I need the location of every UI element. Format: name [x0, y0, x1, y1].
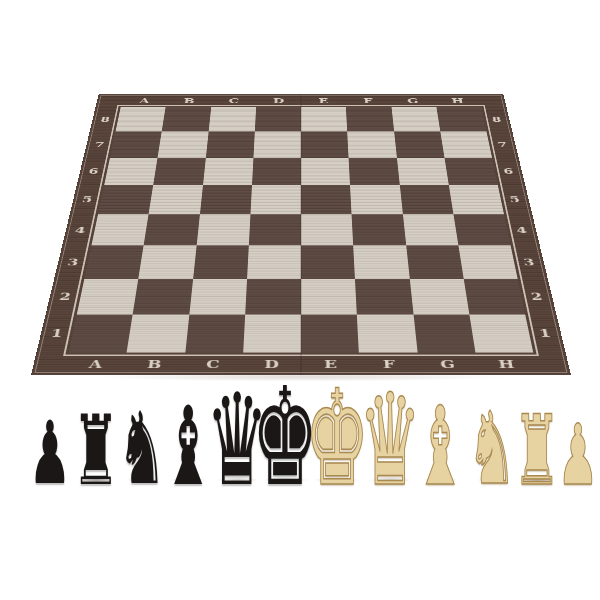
- square-a7[interactable]: [110, 132, 162, 158]
- square-d1[interactable]: [243, 314, 301, 352]
- coord-label-A-datanamefilelabelsbottom: A: [64, 353, 127, 375]
- square-f1[interactable]: [357, 314, 417, 352]
- square-g1[interactable]: [413, 314, 475, 352]
- coord-label-G-datanamefilelabelstop: G: [390, 94, 436, 107]
- square-c8[interactable]: [208, 107, 256, 132]
- square-e7[interactable]: [301, 132, 349, 158]
- square-c5[interactable]: [199, 185, 251, 214]
- square-c1[interactable]: [185, 314, 245, 352]
- square-a8[interactable]: [116, 107, 166, 132]
- square-h3[interactable]: [458, 246, 517, 279]
- square-c4[interactable]: [196, 214, 250, 245]
- square-b7[interactable]: [158, 132, 208, 158]
- square-e6[interactable]: [301, 158, 350, 186]
- coord-label-A-datanamefilelabelstop: A: [121, 94, 168, 107]
- square-e5[interactable]: [301, 185, 352, 214]
- product-photo-stage: ABCDEFGH ABCDEFGH 87654321 87654321 ♟♜♞♝…: [0, 0, 600, 600]
- square-d3[interactable]: [247, 246, 301, 279]
- coord-label-B-datanamefilelabelstop: B: [166, 94, 212, 107]
- white-bishop[interactable]: ♝: [413, 392, 467, 501]
- square-d5[interactable]: [250, 185, 301, 214]
- square-g7[interactable]: [394, 132, 444, 158]
- square-h5[interactable]: [449, 185, 504, 214]
- square-b3[interactable]: [139, 246, 197, 279]
- coord-label-F-datanamefilelabelstop: F: [345, 94, 391, 107]
- square-f6[interactable]: [349, 158, 400, 186]
- square-g5[interactable]: [399, 185, 453, 214]
- black-rook[interactable]: ♜: [72, 402, 120, 499]
- square-a2[interactable]: [77, 279, 139, 315]
- square-d8[interactable]: [255, 107, 301, 132]
- white-knight[interactable]: ♞: [467, 399, 516, 499]
- square-g4[interactable]: [403, 214, 459, 245]
- square-e8[interactable]: [301, 107, 347, 132]
- square-h6[interactable]: [444, 158, 498, 186]
- square-d7[interactable]: [253, 132, 301, 158]
- square-f7[interactable]: [347, 132, 396, 158]
- square-f5[interactable]: [350, 185, 402, 214]
- square-g6[interactable]: [396, 158, 448, 186]
- square-b4[interactable]: [144, 214, 200, 245]
- square-h1[interactable]: [469, 314, 533, 352]
- square-f2[interactable]: [355, 279, 413, 315]
- square-f3[interactable]: [353, 246, 409, 279]
- square-b2[interactable]: [133, 279, 193, 315]
- square-h7[interactable]: [440, 132, 492, 158]
- square-e1[interactable]: [301, 314, 359, 352]
- square-c3[interactable]: [193, 246, 249, 279]
- square-g3[interactable]: [406, 246, 464, 279]
- square-g8[interactable]: [391, 107, 440, 132]
- square-d4[interactable]: [249, 214, 301, 245]
- coord-label-C-datanamefilelabelstop: C: [211, 94, 257, 107]
- coord-label-G-datanamefilelabelsbottom: G: [417, 353, 479, 375]
- white-pawn[interactable]: ♟: [557, 413, 598, 497]
- square-e3[interactable]: [301, 246, 355, 279]
- white-rook[interactable]: ♜: [513, 402, 561, 499]
- square-e2[interactable]: [301, 279, 357, 315]
- square-a6[interactable]: [104, 158, 158, 186]
- square-a4[interactable]: [91, 214, 148, 245]
- board-fold-seam: [300, 94, 302, 375]
- square-a5[interactable]: [98, 185, 153, 214]
- coord-label-E-datanamefilelabelstop: E: [301, 94, 346, 107]
- coord-label-B-datanamefilelabelsbottom: B: [123, 353, 185, 375]
- square-c6[interactable]: [203, 158, 254, 186]
- square-a1[interactable]: [69, 314, 133, 352]
- square-f4[interactable]: [352, 214, 406, 245]
- black-pawn[interactable]: ♟: [29, 410, 72, 497]
- board: ABCDEFGH ABCDEFGH 87654321 87654321: [31, 94, 571, 375]
- square-h2[interactable]: [463, 279, 525, 315]
- coord-label-8-datanameranklabelsright: 8: [481, 107, 512, 132]
- square-d2[interactable]: [245, 279, 301, 315]
- coord-label-D-datanamefilelabelstop: D: [256, 94, 301, 107]
- square-b6[interactable]: [153, 158, 205, 186]
- square-e4[interactable]: [301, 214, 353, 245]
- square-c2[interactable]: [189, 279, 247, 315]
- square-f8[interactable]: [346, 107, 394, 132]
- square-d6[interactable]: [252, 158, 301, 186]
- coord-label-H-datanamefilelabelsbottom: H: [475, 353, 538, 375]
- coord-label-H-datanamefilelabelstop: H: [434, 94, 481, 107]
- square-h4[interactable]: [453, 214, 510, 245]
- square-b1[interactable]: [127, 314, 189, 352]
- white-queen[interactable]: ♛: [359, 377, 422, 504]
- square-h8[interactable]: [436, 107, 486, 132]
- board-perspective-wrap: ABCDEFGH ABCDEFGH 87654321 87654321: [31, 94, 571, 375]
- square-c7[interactable]: [206, 132, 255, 158]
- black-knight[interactable]: ♞: [117, 399, 166, 499]
- square-b5[interactable]: [149, 185, 203, 214]
- square-b8[interactable]: [162, 107, 211, 132]
- square-g2[interactable]: [409, 279, 469, 315]
- square-a3[interactable]: [84, 246, 143, 279]
